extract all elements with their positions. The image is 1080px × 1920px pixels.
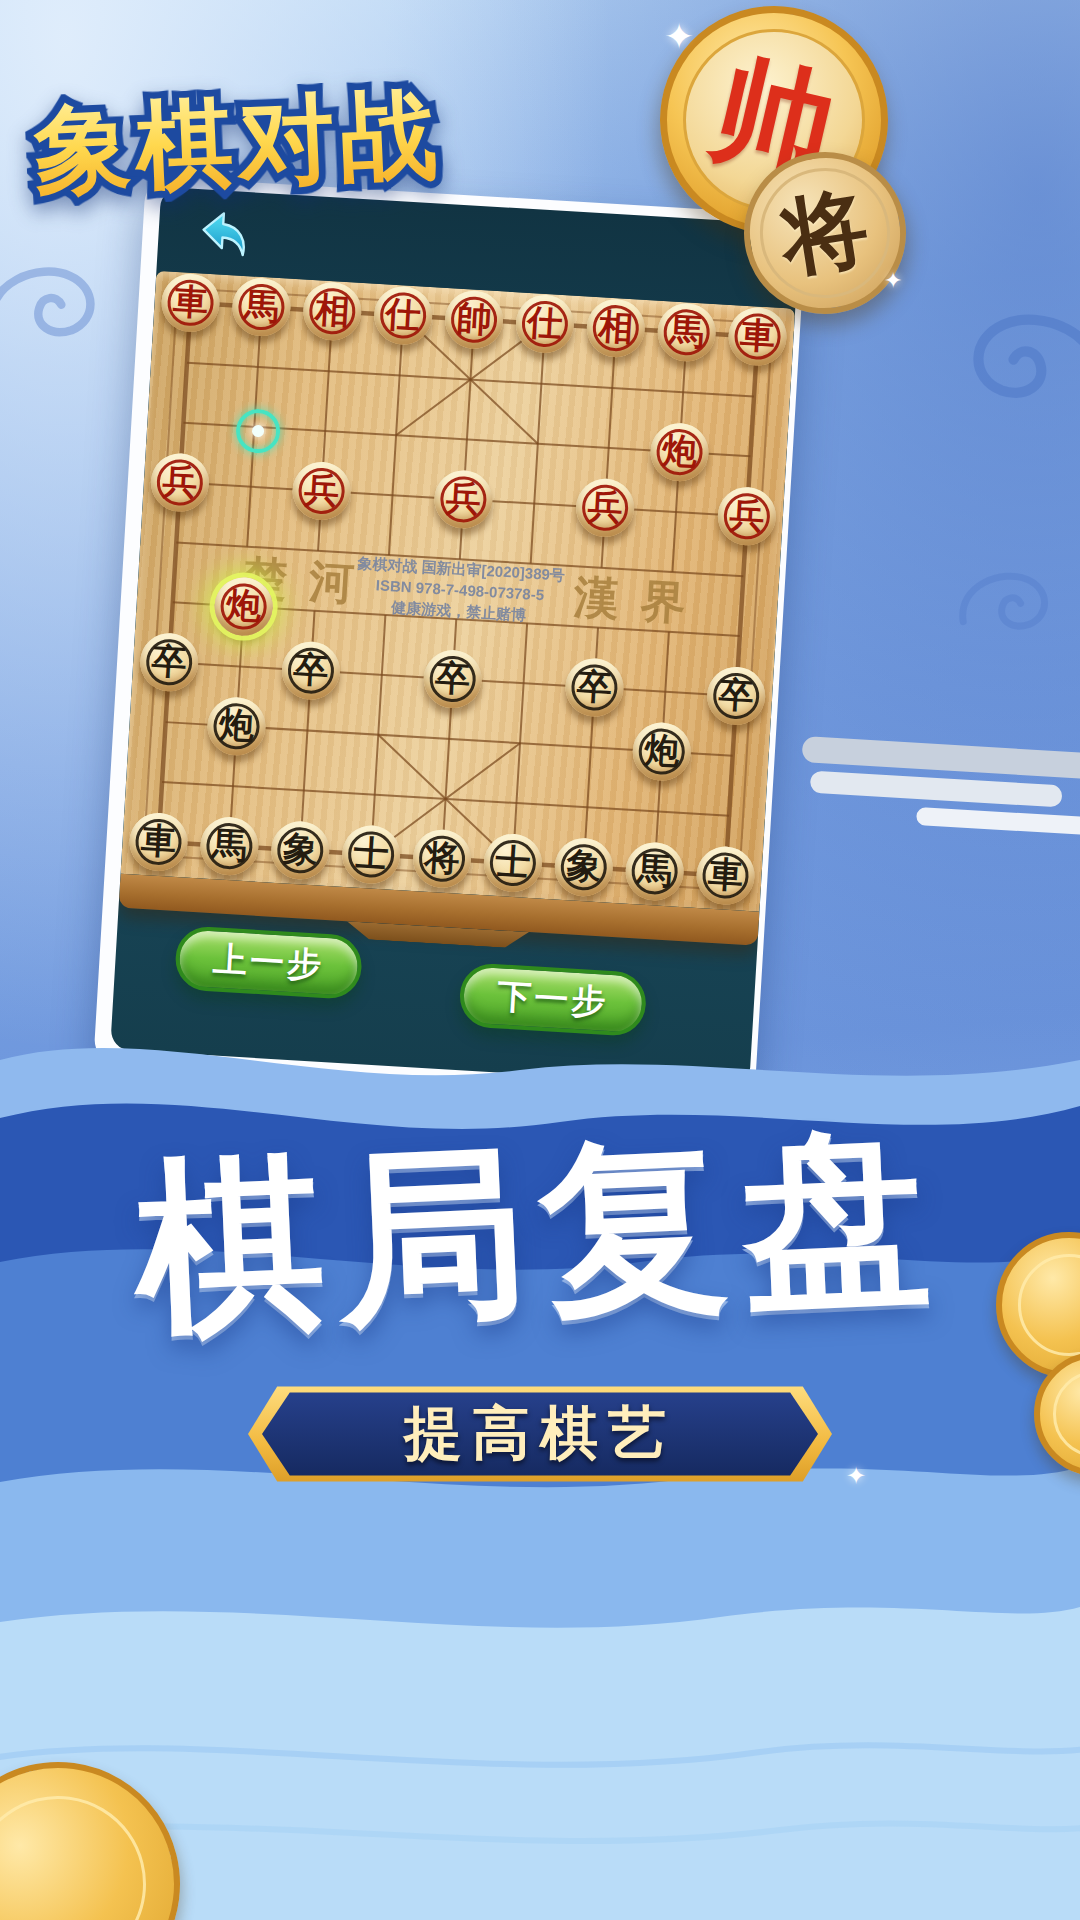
board-surface: 楚河 漢界 象棋对战 国新出审[2020]389号 ISBN 978-7-498… <box>121 271 796 912</box>
xiangqi-board[interactable]: 楚河 漢界 象棋对战 国新出审[2020]389号 ISBN 978-7-498… <box>119 271 796 946</box>
sparkle-icon: ✦ <box>846 1462 866 1490</box>
cloud-bars-decoration <box>753 733 1080 849</box>
game-screen: 楚河 漢界 象棋对战 国新出审[2020]389号 ISBN 978-7-498… <box>110 187 800 1087</box>
back-icon <box>191 204 252 261</box>
app-title-text: 象棋对战 <box>31 70 444 219</box>
slogan-banner: 提高棋艺 <box>248 1380 832 1488</box>
cloud-bar <box>802 736 1080 781</box>
cloud-swirl-decoration <box>909 296 1080 419</box>
black-general-character: 将 <box>773 168 876 297</box>
coin-face: 将 <box>751 159 900 308</box>
hero-headline: 棋局复盘 <box>0 1085 1080 1386</box>
review-screenshot-card: 楚河 漢界 象棋对战 国新出审[2020]389号 ISBN 978-7-498… <box>93 176 807 1104</box>
banner-text: 提高棋艺 <box>404 1395 676 1473</box>
gold-coin-decoration <box>0 1736 206 1920</box>
banner-panel: 提高棋艺 <box>262 1389 818 1479</box>
river-label-right: 漢界 <box>572 568 709 634</box>
app-title: 象棋对战 象棋对战 <box>31 68 476 217</box>
cloud-swirl-decoration <box>952 560 1080 644</box>
cloud-swirl-decoration <box>0 1548 147 1653</box>
cloud-swirl-decoration <box>0 252 148 354</box>
next-step-button[interactable]: 下一步 <box>458 962 647 1037</box>
cloud-bar <box>916 807 1080 836</box>
cloud-bar <box>810 771 1063 808</box>
previous-step-button[interactable]: 上一步 <box>174 925 363 1000</box>
card-backing-sheet: 楚河 漢界 象棋对战 国新出审[2020]389号 ISBN 978-7-498… <box>93 176 807 1104</box>
page: { "app": { "title": "象棋对战" }, "decor": {… <box>0 0 1080 1920</box>
back-button[interactable] <box>191 204 252 261</box>
